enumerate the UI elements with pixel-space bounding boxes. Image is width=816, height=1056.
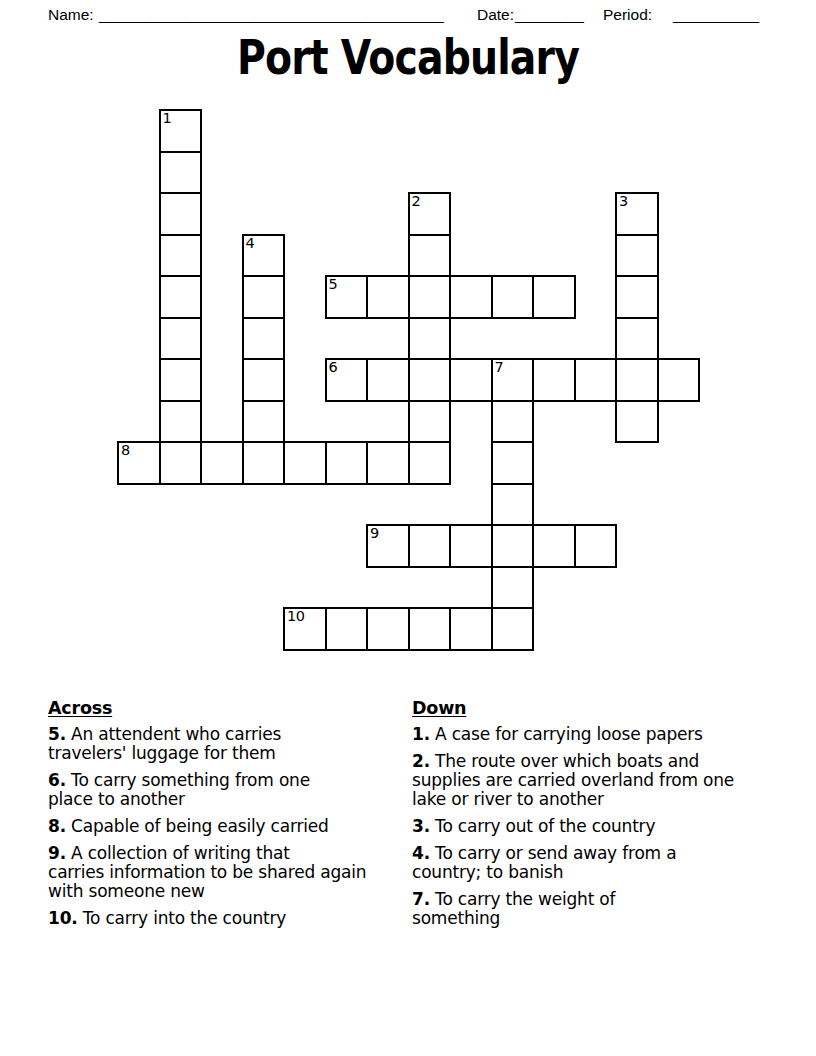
grid-cell-r6c3[interactable] bbox=[242, 358, 286, 402]
clue-number-label: 8. bbox=[48, 816, 66, 836]
across-clue-list: 5. An attendent who carries travelers' l… bbox=[48, 725, 433, 928]
grid-cell-r3c3[interactable]: 4 bbox=[242, 234, 286, 278]
clue-number-label: 4. bbox=[412, 843, 430, 863]
grid-cell-r7c1[interactable] bbox=[159, 400, 203, 444]
grid-cell-r12c8[interactable] bbox=[449, 607, 493, 651]
grid-cell-r9c9[interactable] bbox=[491, 483, 535, 527]
name-blank-line: ________________________________________ bbox=[99, 6, 444, 24]
clue-number-label: 10. bbox=[48, 908, 78, 928]
down-clues-section: Down 1. A case for carrying loose papers… bbox=[412, 699, 812, 936]
date-label: Date: bbox=[477, 6, 514, 24]
clue-across-10: 10. To carry into the country bbox=[48, 909, 433, 928]
grid-cell-r0c1[interactable]: 1 bbox=[159, 109, 203, 153]
clue-number-label: 7. bbox=[412, 889, 430, 909]
clue-number-label: 9. bbox=[48, 843, 66, 863]
grid-cell-r8c3[interactable] bbox=[242, 441, 286, 485]
name-label: Name: bbox=[48, 6, 94, 24]
period-blank-line: __________ bbox=[673, 6, 759, 24]
cell-number-6: 6 bbox=[329, 360, 338, 375]
cell-number-2: 2 bbox=[412, 194, 421, 209]
clue-number-label: 6. bbox=[48, 770, 66, 790]
clue-number-label: 3. bbox=[412, 816, 430, 836]
clue-down-7: 7. To carry the weight of something bbox=[412, 890, 812, 928]
grid-cell-r3c7[interactable] bbox=[408, 234, 452, 278]
grid-cell-r5c12[interactable] bbox=[615, 317, 659, 361]
grid-cell-r1c1[interactable] bbox=[159, 151, 203, 195]
grid-cell-r6c5[interactable]: 6 bbox=[325, 358, 369, 402]
clue-across-8: 8. Capable of being easily carried bbox=[48, 817, 433, 836]
down-heading: Down bbox=[412, 699, 812, 718]
clue-number-label: 1. bbox=[412, 724, 430, 744]
grid-cell-r6c8[interactable] bbox=[449, 358, 493, 402]
grid-cell-r6c13[interactable] bbox=[657, 358, 701, 402]
grid-cell-r11c9[interactable] bbox=[491, 566, 535, 610]
grid-cell-r12c6[interactable] bbox=[366, 607, 410, 651]
grid-cell-r4c9[interactable] bbox=[491, 275, 535, 319]
grid-cell-r10c6[interactable]: 9 bbox=[366, 524, 410, 568]
grid-cell-r6c1[interactable] bbox=[159, 358, 203, 402]
crossword-grid: 12345678910 bbox=[117, 109, 700, 651]
across-heading: Across bbox=[48, 699, 433, 718]
grid-cell-r4c7[interactable] bbox=[408, 275, 452, 319]
clue-number-label: 2. bbox=[412, 751, 430, 771]
clue-across-6: 6. To carry something from one place to … bbox=[48, 771, 433, 809]
grid-cell-r10c10[interactable] bbox=[532, 524, 576, 568]
grid-cell-r12c9[interactable] bbox=[491, 607, 535, 651]
grid-cell-r6c9[interactable]: 7 bbox=[491, 358, 535, 402]
cell-number-8: 8 bbox=[121, 443, 130, 458]
clue-down-2: 2. The route over which boats and suppli… bbox=[412, 752, 812, 809]
grid-cell-r4c1[interactable] bbox=[159, 275, 203, 319]
clue-across-9: 9. A collection of writing that carries … bbox=[48, 844, 433, 901]
grid-cell-r5c7[interactable] bbox=[408, 317, 452, 361]
cell-number-10: 10 bbox=[287, 609, 304, 624]
grid-cell-r3c12[interactable] bbox=[615, 234, 659, 278]
clue-down-3: 3. To carry out of the country bbox=[412, 817, 812, 836]
grid-cell-r8c4[interactable] bbox=[283, 441, 327, 485]
cell-number-1: 1 bbox=[163, 111, 172, 126]
grid-cell-r12c4[interactable]: 10 bbox=[283, 607, 327, 651]
grid-cell-r7c7[interactable] bbox=[408, 400, 452, 444]
cell-number-7: 7 bbox=[495, 360, 504, 375]
grid-cell-r2c1[interactable] bbox=[159, 192, 203, 236]
grid-cell-r3c1[interactable] bbox=[159, 234, 203, 278]
grid-cell-r10c11[interactable] bbox=[574, 524, 618, 568]
grid-cell-r8c6[interactable] bbox=[366, 441, 410, 485]
grid-cell-r10c7[interactable] bbox=[408, 524, 452, 568]
grid-cell-r6c11[interactable] bbox=[574, 358, 618, 402]
grid-cell-r4c10[interactable] bbox=[532, 275, 576, 319]
cell-number-3: 3 bbox=[619, 194, 628, 209]
grid-cell-r4c8[interactable] bbox=[449, 275, 493, 319]
date-blank-line: ________ bbox=[515, 6, 584, 24]
period-label: Period: bbox=[603, 6, 652, 24]
cell-number-9: 9 bbox=[370, 526, 379, 541]
clue-down-4: 4. To carry or send away from a country;… bbox=[412, 844, 812, 882]
clue-number-label: 5. bbox=[48, 724, 66, 744]
puzzle-title: Port Vocabulary bbox=[73, 30, 742, 85]
cell-number-4: 4 bbox=[246, 236, 255, 251]
clue-across-5: 5. An attendent who carries travelers' l… bbox=[48, 725, 433, 763]
grid-cell-r5c1[interactable] bbox=[159, 317, 203, 361]
grid-cell-r7c9[interactable] bbox=[491, 400, 535, 444]
grid-cell-r4c3[interactable] bbox=[242, 275, 286, 319]
grid-cell-r8c0[interactable]: 8 bbox=[117, 441, 161, 485]
grid-cell-r8c2[interactable] bbox=[200, 441, 244, 485]
down-clue-list: 1. A case for carrying loose papers2. Th… bbox=[412, 725, 812, 928]
grid-cell-r6c12[interactable] bbox=[615, 358, 659, 402]
grid-cell-r2c12[interactable]: 3 bbox=[615, 192, 659, 236]
grid-cell-r6c7[interactable] bbox=[408, 358, 452, 402]
grid-cell-r12c5[interactable] bbox=[325, 607, 369, 651]
grid-cell-r8c9[interactable] bbox=[491, 441, 535, 485]
grid-cell-r8c7[interactable] bbox=[408, 441, 452, 485]
cell-number-5: 5 bbox=[329, 277, 338, 292]
grid-cell-r4c6[interactable] bbox=[366, 275, 410, 319]
grid-cell-r8c5[interactable] bbox=[325, 441, 369, 485]
grid-cell-r5c3[interactable] bbox=[242, 317, 286, 361]
grid-cell-r4c12[interactable] bbox=[615, 275, 659, 319]
grid-cell-r7c12[interactable] bbox=[615, 400, 659, 444]
across-clues-section: Across 5. An attendent who carries trave… bbox=[48, 699, 433, 936]
grid-cell-r2c7[interactable]: 2 bbox=[408, 192, 452, 236]
grid-cell-r10c8[interactable] bbox=[449, 524, 493, 568]
grid-cell-r6c10[interactable] bbox=[532, 358, 576, 402]
grid-cell-r7c3[interactable] bbox=[242, 400, 286, 444]
grid-cell-r8c1[interactable] bbox=[159, 441, 203, 485]
grid-cell-r6c6[interactable] bbox=[366, 358, 410, 402]
grid-cell-r10c9[interactable] bbox=[491, 524, 535, 568]
grid-cell-r12c7[interactable] bbox=[408, 607, 452, 651]
grid-cell-r4c5[interactable]: 5 bbox=[325, 275, 369, 319]
clue-down-1: 1. A case for carrying loose papers bbox=[412, 725, 812, 744]
